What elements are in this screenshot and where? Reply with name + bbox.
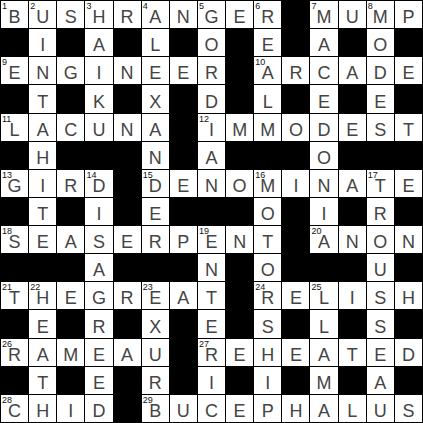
cell-letter: O (233, 177, 247, 197)
letter-cell-r15-c4[interactable]: D (85, 395, 112, 422)
cell-letter: U (149, 346, 162, 366)
letter-cell-r8-c14[interactable]: R (367, 198, 394, 225)
cell-letter: R (205, 346, 218, 366)
black-cell-r4-c3 (57, 85, 84, 112)
clue-number-29: 29 (143, 396, 153, 405)
clue-number-24: 24 (255, 283, 265, 292)
black-cell-r10-c9 (226, 254, 253, 281)
letter-cell-r11-c2[interactable]: 22H (29, 282, 56, 309)
clue-number-9: 9 (2, 58, 7, 67)
letter-cell-r11-c13[interactable]: I (339, 282, 366, 309)
letter-cell-r2-c4[interactable]: A (85, 29, 112, 56)
cell-letter: L (10, 121, 20, 141)
letter-cell-r11-c1[interactable]: 21T (1, 282, 28, 309)
letter-cell-r13-c9[interactable]: E (226, 339, 253, 366)
cell-letter: H (36, 289, 49, 309)
cell-letter: E (121, 233, 133, 253)
black-cell-r8-c1 (1, 198, 28, 225)
cell-letter: B (9, 8, 21, 28)
cell-letter: B (149, 402, 161, 422)
letter-cell-r7-c11[interactable]: I (282, 170, 309, 197)
letter-cell-r9-c13[interactable]: N (339, 226, 366, 253)
cell-letter: G (8, 177, 22, 197)
black-cell-r6-c11 (282, 142, 309, 169)
letter-cell-r1-c5[interactable]: R (114, 1, 141, 28)
letter-cell-r3-c8[interactable]: R (198, 57, 225, 84)
cell-letter: O (317, 149, 331, 169)
cell-letter: D (318, 121, 331, 141)
cell-letter: E (318, 93, 330, 113)
letter-cell-r9-c5[interactable]: E (114, 226, 141, 253)
letter-cell-r12-c4[interactable]: R (85, 310, 112, 337)
clue-number-21: 21 (2, 283, 12, 292)
cell-letter: S (402, 402, 414, 422)
letter-cell-r7-c12[interactable]: N (310, 170, 337, 197)
cell-letter: E (402, 177, 414, 197)
cell-letter: H (36, 402, 49, 422)
cell-letter: S (374, 289, 386, 309)
letter-cell-r4-c6[interactable]: X (142, 85, 169, 112)
letter-cell-r6-c2[interactable]: H (29, 142, 56, 169)
letter-cell-r1-c13[interactable]: U (339, 1, 366, 28)
letter-cell-r5-c2[interactable]: A (29, 114, 56, 141)
clue-number-8: 8 (368, 2, 373, 11)
cell-letter: R (92, 318, 105, 338)
cell-letter: T (37, 374, 48, 394)
letter-cell-r11-c12[interactable]: 25L (310, 282, 337, 309)
black-cell-r12-c11 (282, 310, 309, 337)
black-cell-r4-c11 (282, 85, 309, 112)
cell-letter: M (63, 346, 78, 366)
letter-cell-r11-c3[interactable]: E (57, 282, 84, 309)
black-cell-r10-c2 (29, 254, 56, 281)
cell-letter: D (92, 177, 105, 197)
cell-letter: E (93, 346, 105, 366)
cell-letter: U (346, 8, 359, 28)
crossword-grid: 1B2US3HR4AN5GE6R7MU8MPIALOEAO9ENGINEER10… (0, 0, 423, 423)
cell-letter: T (375, 177, 386, 197)
cell-letter: X (149, 318, 161, 338)
letter-cell-r5-c14[interactable]: S (367, 114, 394, 141)
letter-cell-r7-c6[interactable]: 15D (142, 170, 169, 197)
black-cell-r8-c9 (226, 198, 253, 225)
letter-cell-r15-c10[interactable]: P (254, 395, 281, 422)
letter-cell-r5-c4[interactable]: U (85, 114, 112, 141)
letter-cell-r15-c1[interactable]: 28C (1, 395, 28, 422)
letter-cell-r15-c6[interactable]: 29B (142, 395, 169, 422)
black-cell-r10-c11 (282, 254, 309, 281)
letter-cell-r3-c15[interactable]: E (395, 57, 422, 84)
letter-cell-r1-c9[interactable]: E (226, 1, 253, 28)
letter-cell-r11-c14[interactable]: S (367, 282, 394, 309)
cell-letter: I (209, 374, 214, 394)
letter-cell-r12-c2[interactable]: E (29, 310, 56, 337)
black-cell-r6-c5 (114, 142, 141, 169)
letter-cell-r13-c5[interactable]: A (114, 339, 141, 366)
letter-cell-r5-c5[interactable]: N (114, 114, 141, 141)
letter-cell-r5-c11[interactable]: O (282, 114, 309, 141)
letter-cell-r8-c2[interactable]: T (29, 198, 56, 225)
cell-letter: A (37, 121, 49, 141)
clue-number-25: 25 (311, 283, 321, 292)
cell-letter: H (289, 402, 302, 422)
letter-cell-r3-c7[interactable]: E (170, 57, 197, 84)
cell-letter: O (261, 205, 275, 225)
letter-cell-r1-c14[interactable]: 8M (367, 1, 394, 28)
cell-letter: P (177, 233, 189, 253)
cell-letter: R (374, 205, 387, 225)
cell-letter: K (93, 93, 105, 113)
cell-letter: A (346, 177, 358, 197)
cell-letter: R (121, 289, 134, 309)
cell-letter: S (93, 233, 105, 253)
letter-cell-r4-c2[interactable]: T (29, 85, 56, 112)
cell-letter: C (64, 121, 77, 141)
cell-letter: L (263, 93, 273, 113)
cell-letter: U (374, 402, 387, 422)
letter-cell-r7-c13[interactable]: A (339, 170, 366, 197)
cell-letter: A (318, 233, 330, 253)
letter-cell-r15-c9[interactable]: E (226, 395, 253, 422)
clue-number-19: 19 (199, 227, 209, 236)
letter-cell-r11-c4[interactable]: G (85, 282, 112, 309)
cell-letter: A (93, 36, 105, 56)
letter-cell-r9-c8[interactable]: 19E (198, 226, 225, 253)
letter-cell-r5-c1[interactable]: 11L (1, 114, 28, 141)
clue-number-17: 17 (368, 171, 378, 180)
letter-cell-r15-c2[interactable]: H (29, 395, 56, 422)
black-cell-r14-c13 (339, 367, 366, 394)
letter-cell-r9-c15[interactable]: N (395, 226, 422, 253)
letter-cell-r1-c8[interactable]: 5G (198, 1, 225, 28)
letter-cell-r13-c3[interactable]: M (57, 339, 84, 366)
letter-cell-r6-c8[interactable]: A (198, 142, 225, 169)
letter-cell-r8-c10[interactable]: O (254, 198, 281, 225)
letter-cell-r5-c8[interactable]: 12I (198, 114, 225, 141)
letter-cell-r15-c13[interactable]: L (339, 395, 366, 422)
cell-letter: M (260, 177, 275, 197)
cell-letter: I (40, 177, 45, 197)
cell-letter: R (261, 289, 274, 309)
cell-letter: E (149, 289, 161, 309)
black-cell-r14-c1 (1, 367, 28, 394)
black-cell-r10-c6 (142, 254, 169, 281)
letter-cell-r7-c10[interactable]: 16M (254, 170, 281, 197)
letter-cell-r13-c14[interactable]: E (367, 339, 394, 366)
letter-cell-r3-c4[interactable]: I (85, 57, 112, 84)
letter-cell-r12-c14[interactable]: S (367, 310, 394, 337)
cell-letter: L (347, 402, 357, 422)
cell-letter: N (36, 64, 49, 84)
letter-cell-r14-c14[interactable]: A (367, 367, 394, 394)
letter-cell-r9-c2[interactable]: E (29, 226, 56, 253)
cell-letter: I (209, 121, 214, 141)
black-cell-r12-c7 (170, 310, 197, 337)
cell-letter: O (204, 36, 218, 56)
cell-letter: C (318, 64, 331, 84)
letter-cell-r7-c2[interactable]: I (29, 170, 56, 197)
black-cell-r2-c13 (339, 29, 366, 56)
cell-letter: A (65, 233, 77, 253)
letter-cell-r13-c11[interactable]: E (282, 339, 309, 366)
clue-number-2: 2 (30, 2, 35, 11)
black-cell-r2-c7 (170, 29, 197, 56)
letter-cell-r8-c4[interactable]: I (85, 198, 112, 225)
black-cell-r12-c3 (57, 310, 84, 337)
letter-cell-r3-c14[interactable]: D (367, 57, 394, 84)
cell-letter: D (402, 346, 415, 366)
cell-letter: U (374, 261, 387, 281)
cell-letter: T (9, 289, 20, 309)
black-cell-r12-c15 (395, 310, 422, 337)
letter-cell-r8-c12[interactable]: I (310, 198, 337, 225)
letter-cell-r12-c12[interactable]: L (310, 310, 337, 337)
cell-letter: E (290, 289, 302, 309)
letter-cell-r15-c8[interactable]: C (198, 395, 225, 422)
cell-letter: A (318, 36, 330, 56)
cell-letter: E (234, 346, 246, 366)
black-cell-r2-c9 (226, 29, 253, 56)
letter-cell-r2-c6[interactable]: L (142, 29, 169, 56)
letter-cell-r7-c4[interactable]: 14D (85, 170, 112, 197)
cell-letter: E (205, 233, 217, 253)
letter-cell-r7-c1[interactable]: 13G (1, 170, 28, 197)
clue-number-20: 20 (311, 227, 321, 236)
clue-number-11: 11 (2, 115, 11, 124)
cell-letter: E (290, 346, 302, 366)
cell-letter: T (206, 289, 217, 309)
letter-cell-r1-c12[interactable]: 7M (310, 1, 337, 28)
cell-letter: E (374, 93, 386, 113)
letter-cell-r5-c3[interactable]: C (57, 114, 84, 141)
letter-cell-r9-c6[interactable]: R (142, 226, 169, 253)
cell-letter: E (149, 64, 161, 84)
cell-letter: S (374, 318, 386, 338)
letter-cell-r11-c15[interactable]: H (395, 282, 422, 309)
cell-letter: N (149, 149, 162, 169)
letter-cell-r3-c10[interactable]: 10A (254, 57, 281, 84)
cell-letter: A (149, 8, 161, 28)
letter-cell-r6-c12[interactable]: O (310, 142, 337, 169)
letter-cell-r12-c10[interactable]: S (254, 310, 281, 337)
letter-cell-r9-c10[interactable]: T (254, 226, 281, 253)
letter-cell-r13-c15[interactable]: D (395, 339, 422, 366)
cell-letter: M (317, 374, 332, 394)
letter-cell-r13-c12[interactable]: A (310, 339, 337, 366)
letter-cell-r15-c11[interactable]: H (282, 395, 309, 422)
black-cell-r14-c15 (395, 367, 422, 394)
cell-letter: E (402, 64, 414, 84)
letter-cell-r13-c13[interactable]: T (339, 339, 366, 366)
letter-cell-r7-c9[interactable]: O (226, 170, 253, 197)
letter-cell-r2-c8[interactable]: O (198, 29, 225, 56)
cell-letter: E (37, 318, 49, 338)
letter-cell-r5-c9[interactable]: M (226, 114, 253, 141)
letter-cell-r3-c11[interactable]: R (282, 57, 309, 84)
letter-cell-r1-c2[interactable]: 2U (29, 1, 56, 28)
letter-cell-r15-c14[interactable]: U (367, 395, 394, 422)
letter-cell-r13-c6[interactable]: U (142, 339, 169, 366)
letter-cell-r7-c7[interactable]: E (170, 170, 197, 197)
cell-letter: L (319, 318, 329, 338)
letter-cell-r3-c5[interactable]: N (114, 57, 141, 84)
black-cell-r14-c9 (226, 367, 253, 394)
letter-cell-r15-c7[interactable]: U (170, 395, 197, 422)
letter-cell-r2-c10[interactable]: E (254, 29, 281, 56)
letter-cell-r5-c13[interactable]: E (339, 114, 366, 141)
letter-cell-r4-c12[interactable]: E (310, 85, 337, 112)
letter-cell-r1-c1[interactable]: 1B (1, 1, 28, 28)
cell-letter: E (177, 177, 189, 197)
cell-letter: H (402, 289, 415, 309)
letter-cell-r10-c14[interactable]: U (367, 254, 394, 281)
letter-cell-r3-c3[interactable]: G (57, 57, 84, 84)
letter-cell-r7-c15[interactable]: E (395, 170, 422, 197)
letter-cell-r9-c12[interactable]: 20A (310, 226, 337, 253)
clue-number-3: 3 (86, 2, 91, 11)
letter-cell-r1-c3[interactable]: S (57, 1, 84, 28)
letter-cell-r1-c4[interactable]: 3H (85, 1, 112, 28)
letter-cell-r14-c4[interactable]: E (85, 367, 112, 394)
cell-letter: T (37, 93, 48, 113)
black-cell-r10-c5 (114, 254, 141, 281)
cell-letter: I (350, 289, 355, 309)
cell-letter: P (262, 402, 274, 422)
cell-letter: P (402, 8, 414, 28)
black-cell-r4-c1 (1, 85, 28, 112)
black-cell-r4-c5 (114, 85, 141, 112)
letter-cell-r5-c15[interactable]: T (395, 114, 422, 141)
letter-cell-r12-c8[interactable]: E (198, 310, 225, 337)
cell-letter: M (260, 121, 275, 141)
letter-cell-r14-c10[interactable]: I (254, 367, 281, 394)
letter-cell-r15-c3[interactable]: I (57, 395, 84, 422)
black-cell-r1-c11 (282, 1, 309, 28)
cell-letter: R (149, 374, 162, 394)
cell-letter: N (402, 233, 415, 253)
letter-cell-r10-c8[interactable]: N (198, 254, 225, 281)
letter-cell-r9-c3[interactable]: A (57, 226, 84, 253)
black-cell-r13-c7 (170, 339, 197, 366)
cell-letter: N (177, 8, 190, 28)
letter-cell-r4-c14[interactable]: E (367, 85, 394, 112)
cell-letter: E (262, 36, 274, 56)
letter-cell-r9-c9[interactable]: N (226, 226, 253, 253)
black-cell-r2-c3 (57, 29, 84, 56)
cell-letter: O (373, 36, 387, 56)
letter-cell-r14-c2[interactable]: T (29, 367, 56, 394)
cell-letter: M (317, 8, 332, 28)
letter-cell-r2-c14[interactable]: O (367, 29, 394, 56)
letter-cell-r11-c11[interactable]: E (282, 282, 309, 309)
black-cell-r10-c12 (310, 254, 337, 281)
letter-cell-r14-c6[interactable]: R (142, 367, 169, 394)
cell-letter: E (346, 121, 358, 141)
letter-cell-r12-c6[interactable]: X (142, 310, 169, 337)
letter-cell-r9-c4[interactable]: S (85, 226, 112, 253)
black-cell-r5-c7 (170, 114, 197, 141)
letter-cell-r4-c10[interactable]: L (254, 85, 281, 112)
letter-cell-r1-c7[interactable]: N (170, 1, 197, 28)
letter-cell-r3-c1[interactable]: 9E (1, 57, 28, 84)
letter-cell-r3-c12[interactable]: C (310, 57, 337, 84)
black-cell-r4-c13 (339, 85, 366, 112)
black-cell-r11-c9 (226, 282, 253, 309)
clue-number-22: 22 (30, 283, 40, 292)
black-cell-r4-c15 (395, 85, 422, 112)
letter-cell-r10-c4[interactable]: A (85, 254, 112, 281)
cell-letter: N (121, 121, 134, 141)
black-cell-r14-c3 (57, 367, 84, 394)
letter-cell-r11-c10[interactable]: 24R (254, 282, 281, 309)
letter-cell-r6-c6[interactable]: N (142, 142, 169, 169)
letter-cell-r13-c8[interactable]: 27R (198, 339, 225, 366)
black-cell-r14-c11 (282, 367, 309, 394)
letter-cell-r4-c8[interactable]: D (198, 85, 225, 112)
cell-letter: E (205, 318, 217, 338)
letter-cell-r1-c10[interactable]: 6R (254, 1, 281, 28)
letter-cell-r1-c6[interactable]: 4A (142, 1, 169, 28)
letter-cell-r2-c12[interactable]: A (310, 29, 337, 56)
letter-cell-r15-c12[interactable]: A (310, 395, 337, 422)
letter-cell-r5-c12[interactable]: D (310, 114, 337, 141)
black-cell-r8-c15 (395, 198, 422, 225)
cell-letter: H (261, 346, 274, 366)
letter-cell-r11-c8[interactable]: T (198, 282, 225, 309)
letter-cell-r1-c15[interactable]: P (395, 1, 422, 28)
cell-letter: S (9, 233, 21, 253)
letter-cell-r5-c6[interactable]: A (142, 114, 169, 141)
letter-cell-r14-c12[interactable]: M (310, 367, 337, 394)
letter-cell-r15-c15[interactable]: S (395, 395, 422, 422)
black-cell-r12-c5 (114, 310, 141, 337)
letter-cell-r13-c2[interactable]: A (29, 339, 56, 366)
letter-cell-r7-c8[interactable]: N (198, 170, 225, 197)
letter-cell-r9-c7[interactable]: P (170, 226, 197, 253)
letter-cell-r13-c10[interactable]: H (254, 339, 281, 366)
cell-letter: N (318, 177, 331, 197)
letter-cell-r3-c2[interactable]: N (29, 57, 56, 84)
black-cell-r8-c8 (198, 198, 225, 225)
cell-letter: M (232, 121, 247, 141)
letter-cell-r5-c10[interactable]: M (254, 114, 281, 141)
black-cell-r6-c14 (367, 142, 394, 169)
cell-letter: R (64, 177, 77, 197)
letter-cell-r10-c10[interactable]: O (254, 254, 281, 281)
letter-cell-r11-c7[interactable]: A (170, 282, 197, 309)
black-cell-r9-c11 (282, 226, 309, 253)
letter-cell-r8-c6[interactable]: E (142, 198, 169, 225)
cell-letter: I (40, 36, 45, 56)
letter-cell-r2-c2[interactable]: I (29, 29, 56, 56)
black-cell-r6-c13 (339, 142, 366, 169)
letter-cell-r9-c14[interactable]: O (367, 226, 394, 253)
letter-cell-r13-c1[interactable]: 26R (1, 339, 28, 366)
black-cell-r6-c4 (85, 142, 112, 169)
letter-cell-r11-c6[interactable]: 23E (142, 282, 169, 309)
cell-letter: I (96, 64, 101, 84)
letter-cell-r9-c1[interactable]: 18S (1, 226, 28, 253)
letter-cell-r13-c4[interactable]: E (85, 339, 112, 366)
letter-cell-r3-c13[interactable]: A (339, 57, 366, 84)
letter-cell-r11-c5[interactable]: R (114, 282, 141, 309)
letter-cell-r14-c8[interactable]: I (198, 367, 225, 394)
letter-cell-r7-c14[interactable]: 17T (367, 170, 394, 197)
letter-cell-r3-c6[interactable]: E (142, 57, 169, 84)
letter-cell-r4-c4[interactable]: K (85, 85, 112, 112)
cell-letter: A (37, 346, 49, 366)
letter-cell-r7-c3[interactable]: R (57, 170, 84, 197)
